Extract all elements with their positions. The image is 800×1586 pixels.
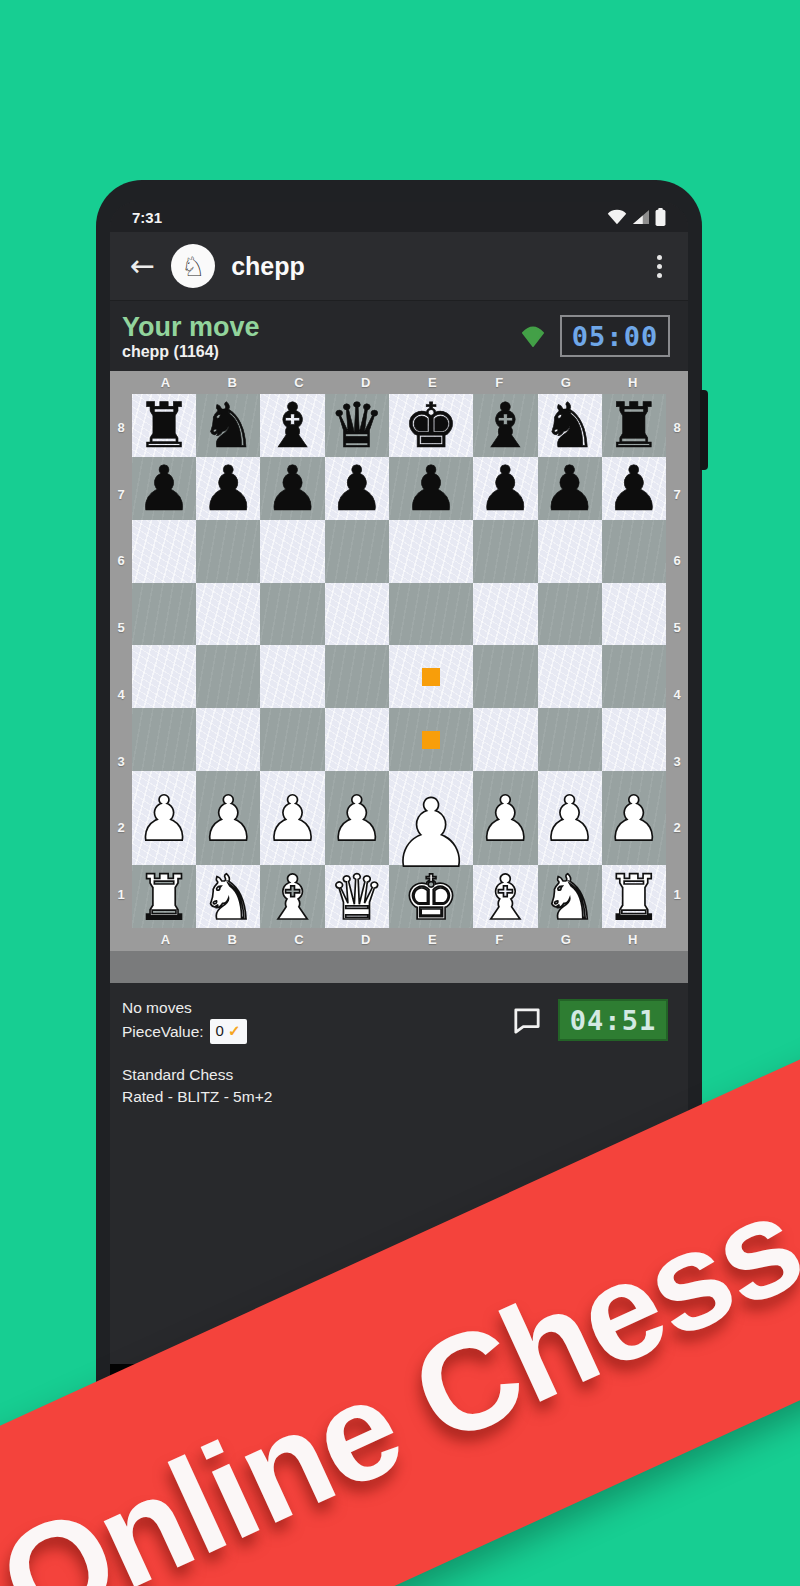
rank-label-6: 6 bbox=[666, 528, 688, 595]
square-h2[interactable]: ♟ bbox=[602, 771, 666, 865]
square-f5[interactable] bbox=[473, 583, 537, 646]
square-f6[interactable] bbox=[473, 520, 537, 583]
square-h8[interactable]: ♜ bbox=[602, 394, 666, 457]
rank-label-2: 2 bbox=[110, 795, 132, 862]
avatar[interactable]: ♘ bbox=[171, 244, 215, 288]
rank-label-7: 7 bbox=[666, 461, 688, 528]
black-king-e8[interactable]: ♚ bbox=[403, 395, 459, 457]
square-e3[interactable] bbox=[389, 708, 473, 771]
white-knight-b1[interactable]: ♞ bbox=[201, 867, 257, 929]
square-d6[interactable] bbox=[325, 520, 389, 583]
chat-icon[interactable] bbox=[512, 1007, 542, 1034]
square-h3[interactable] bbox=[602, 708, 666, 771]
moves-status: No moves bbox=[122, 997, 512, 1019]
square-b3[interactable] bbox=[196, 708, 260, 771]
square-d4[interactable] bbox=[325, 645, 389, 708]
square-a8[interactable]: ♜ bbox=[132, 394, 196, 457]
square-e2[interactable]: ♟ bbox=[389, 771, 473, 865]
square-a1[interactable]: ♜ bbox=[132, 865, 196, 928]
move-hint-e3 bbox=[422, 731, 440, 749]
square-b4[interactable] bbox=[196, 645, 260, 708]
white-bishop-c1[interactable]: ♝ bbox=[265, 867, 321, 929]
square-b8[interactable]: ♞ bbox=[196, 394, 260, 457]
rank-label-5: 5 bbox=[666, 594, 688, 661]
mode-label: Rated - BLITZ - 5m+2 bbox=[122, 1086, 688, 1108]
signal-icon bbox=[632, 209, 650, 225]
square-b7[interactable]: ♟ bbox=[196, 457, 260, 520]
square-b6[interactable] bbox=[196, 520, 260, 583]
white-queen-d1[interactable]: ♛ bbox=[329, 867, 385, 929]
white-pawn-d2[interactable]: ♟ bbox=[329, 788, 385, 850]
square-c6[interactable] bbox=[260, 520, 324, 583]
power-button bbox=[700, 390, 708, 470]
square-g4[interactable] bbox=[538, 645, 602, 708]
overflow-menu-icon[interactable] bbox=[651, 249, 668, 284]
square-a5[interactable] bbox=[132, 583, 196, 646]
square-g3[interactable] bbox=[538, 708, 602, 771]
black-pawn-d7[interactable]: ♟ bbox=[329, 458, 385, 520]
board-grid: ♜♞♝♛♚♝♞♜♟♟♟♟♟♟♟♟♟♟♟♟♟♟♟♟♜♞♝♛♚♝♞♜ bbox=[132, 394, 666, 928]
square-e5[interactable] bbox=[389, 583, 473, 646]
square-g2[interactable]: ♟ bbox=[538, 771, 602, 865]
player-name-rating: chepp (1164) bbox=[122, 342, 520, 361]
rank-label-1: 1 bbox=[110, 861, 132, 928]
square-h6[interactable] bbox=[602, 520, 666, 583]
square-c3[interactable] bbox=[260, 708, 324, 771]
knight-icon: ♘ bbox=[181, 253, 205, 280]
rank-label-4: 4 bbox=[666, 661, 688, 728]
battery-icon bbox=[655, 208, 666, 226]
square-e6[interactable] bbox=[389, 520, 473, 583]
square-e8[interactable]: ♚ bbox=[389, 394, 473, 457]
black-bishop-f8[interactable]: ♝ bbox=[478, 395, 534, 457]
square-f8[interactable]: ♝ bbox=[473, 394, 537, 457]
rank-label-8: 8 bbox=[666, 394, 688, 461]
square-d8[interactable]: ♛ bbox=[325, 394, 389, 457]
page-title: chepp bbox=[231, 252, 635, 281]
square-g7[interactable]: ♟ bbox=[538, 457, 602, 520]
white-pawn-b2[interactable]: ♟ bbox=[201, 788, 257, 850]
square-a6[interactable] bbox=[132, 520, 196, 583]
square-b1[interactable]: ♞ bbox=[196, 865, 260, 928]
move-header: Your move chepp (1164) 05:00 bbox=[110, 301, 688, 371]
square-e7[interactable]: ♟ bbox=[389, 457, 473, 520]
rank-labels-left: 87654321 bbox=[110, 394, 132, 928]
square-h1[interactable]: ♜ bbox=[602, 865, 666, 928]
square-f2[interactable]: ♟ bbox=[473, 771, 537, 865]
turn-indicator: Your move bbox=[122, 312, 520, 342]
square-c2[interactable]: ♟ bbox=[260, 771, 324, 865]
black-knight-b8[interactable]: ♞ bbox=[201, 395, 257, 457]
white-rook-h1[interactable]: ♜ bbox=[606, 867, 662, 929]
status-bar: 7:31 bbox=[110, 202, 688, 232]
square-d3[interactable] bbox=[325, 708, 389, 771]
square-c4[interactable] bbox=[260, 645, 324, 708]
app-bar: ← ♘ chepp bbox=[110, 232, 688, 301]
square-a4[interactable] bbox=[132, 645, 196, 708]
rank-label-5: 5 bbox=[110, 594, 132, 661]
piece-value-checkbox[interactable]: 0 ✓ bbox=[210, 1019, 247, 1044]
square-d5[interactable] bbox=[325, 583, 389, 646]
square-d2[interactable]: ♟ bbox=[325, 771, 389, 865]
black-queen-d8[interactable]: ♛ bbox=[329, 395, 385, 457]
square-h5[interactable] bbox=[602, 583, 666, 646]
board-bottom-strip bbox=[110, 951, 688, 983]
black-pawn-g7[interactable]: ♟ bbox=[542, 458, 598, 520]
status-time: 7:31 bbox=[132, 209, 162, 226]
square-b2[interactable]: ♟ bbox=[196, 771, 260, 865]
check-icon: ✓ bbox=[228, 1020, 241, 1042]
square-e4[interactable] bbox=[389, 645, 473, 708]
rank-label-2: 2 bbox=[666, 795, 688, 862]
piece-value-label: PieceValue: bbox=[122, 1021, 204, 1043]
square-f7[interactable]: ♟ bbox=[473, 457, 537, 520]
chess-board: ABCDEFGH ABCDEFGH 87654321 87654321 ♜♞♝♛… bbox=[110, 371, 688, 951]
square-h7[interactable]: ♟ bbox=[602, 457, 666, 520]
black-rook-h8[interactable]: ♜ bbox=[606, 395, 662, 457]
square-c1[interactable]: ♝ bbox=[260, 865, 324, 928]
square-f4[interactable] bbox=[473, 645, 537, 708]
connection-gem-icon bbox=[520, 325, 546, 347]
square-d7[interactable]: ♟ bbox=[325, 457, 389, 520]
player-clock: 04:51 bbox=[558, 999, 668, 1041]
white-pawn-a2[interactable]: ♟ bbox=[136, 788, 192, 850]
square-g8[interactable]: ♞ bbox=[538, 394, 602, 457]
square-g5[interactable] bbox=[538, 583, 602, 646]
white-pawn-f2[interactable]: ♟ bbox=[478, 788, 534, 850]
rank-label-1: 1 bbox=[666, 861, 688, 928]
wifi-icon bbox=[607, 209, 627, 225]
white-pawn-e2[interactable]: ♟ bbox=[389, 787, 473, 881]
square-a3[interactable] bbox=[132, 708, 196, 771]
square-f1[interactable]: ♝ bbox=[473, 865, 537, 928]
square-d1[interactable]: ♛ bbox=[325, 865, 389, 928]
square-a7[interactable]: ♟ bbox=[132, 457, 196, 520]
rank-label-4: 4 bbox=[110, 661, 132, 728]
opponent-clock: 05:00 bbox=[560, 315, 670, 357]
white-pawn-h2[interactable]: ♟ bbox=[606, 788, 662, 850]
square-c5[interactable] bbox=[260, 583, 324, 646]
rank-label-7: 7 bbox=[110, 461, 132, 528]
white-pawn-c2[interactable]: ♟ bbox=[265, 788, 321, 850]
black-rook-a8[interactable]: ♜ bbox=[136, 395, 192, 457]
variant-label: Standard Chess bbox=[122, 1064, 688, 1086]
black-pawn-f7[interactable]: ♟ bbox=[478, 458, 534, 520]
square-g1[interactable]: ♞ bbox=[538, 865, 602, 928]
black-knight-g8[interactable]: ♞ bbox=[542, 395, 598, 457]
white-bishop-f1[interactable]: ♝ bbox=[478, 867, 534, 929]
white-rook-a1[interactable]: ♜ bbox=[136, 867, 192, 929]
square-c8[interactable]: ♝ bbox=[260, 394, 324, 457]
white-knight-g1[interactable]: ♞ bbox=[542, 867, 598, 929]
game-panel: No moves PieceValue: 0 ✓ 04:51 bbox=[110, 983, 688, 1044]
back-arrow-icon[interactable]: ← bbox=[130, 251, 155, 281]
square-h4[interactable] bbox=[602, 645, 666, 708]
rank-label-3: 3 bbox=[110, 728, 132, 795]
square-f3[interactable] bbox=[473, 708, 537, 771]
black-pawn-b7[interactable]: ♟ bbox=[201, 458, 257, 520]
square-b5[interactable] bbox=[196, 583, 260, 646]
move-hint-e4 bbox=[422, 668, 440, 686]
rank-labels-right: 87654321 bbox=[666, 394, 688, 928]
square-g6[interactable] bbox=[538, 520, 602, 583]
rank-label-8: 8 bbox=[110, 394, 132, 461]
square-a2[interactable]: ♟ bbox=[132, 771, 196, 865]
black-pawn-c7[interactable]: ♟ bbox=[265, 458, 321, 520]
black-bishop-c8[interactable]: ♝ bbox=[265, 395, 321, 457]
white-pawn-g2[interactable]: ♟ bbox=[542, 788, 598, 850]
black-pawn-e7[interactable]: ♟ bbox=[403, 458, 459, 520]
game-info: Standard Chess Rated - BLITZ - 5m+2 bbox=[110, 1044, 688, 1108]
black-pawn-h7[interactable]: ♟ bbox=[606, 458, 662, 520]
piece-value-number: 0 bbox=[216, 1020, 224, 1042]
rank-label-3: 3 bbox=[666, 728, 688, 795]
black-pawn-a7[interactable]: ♟ bbox=[136, 458, 192, 520]
rank-label-6: 6 bbox=[110, 528, 132, 595]
square-c7[interactable]: ♟ bbox=[260, 457, 324, 520]
